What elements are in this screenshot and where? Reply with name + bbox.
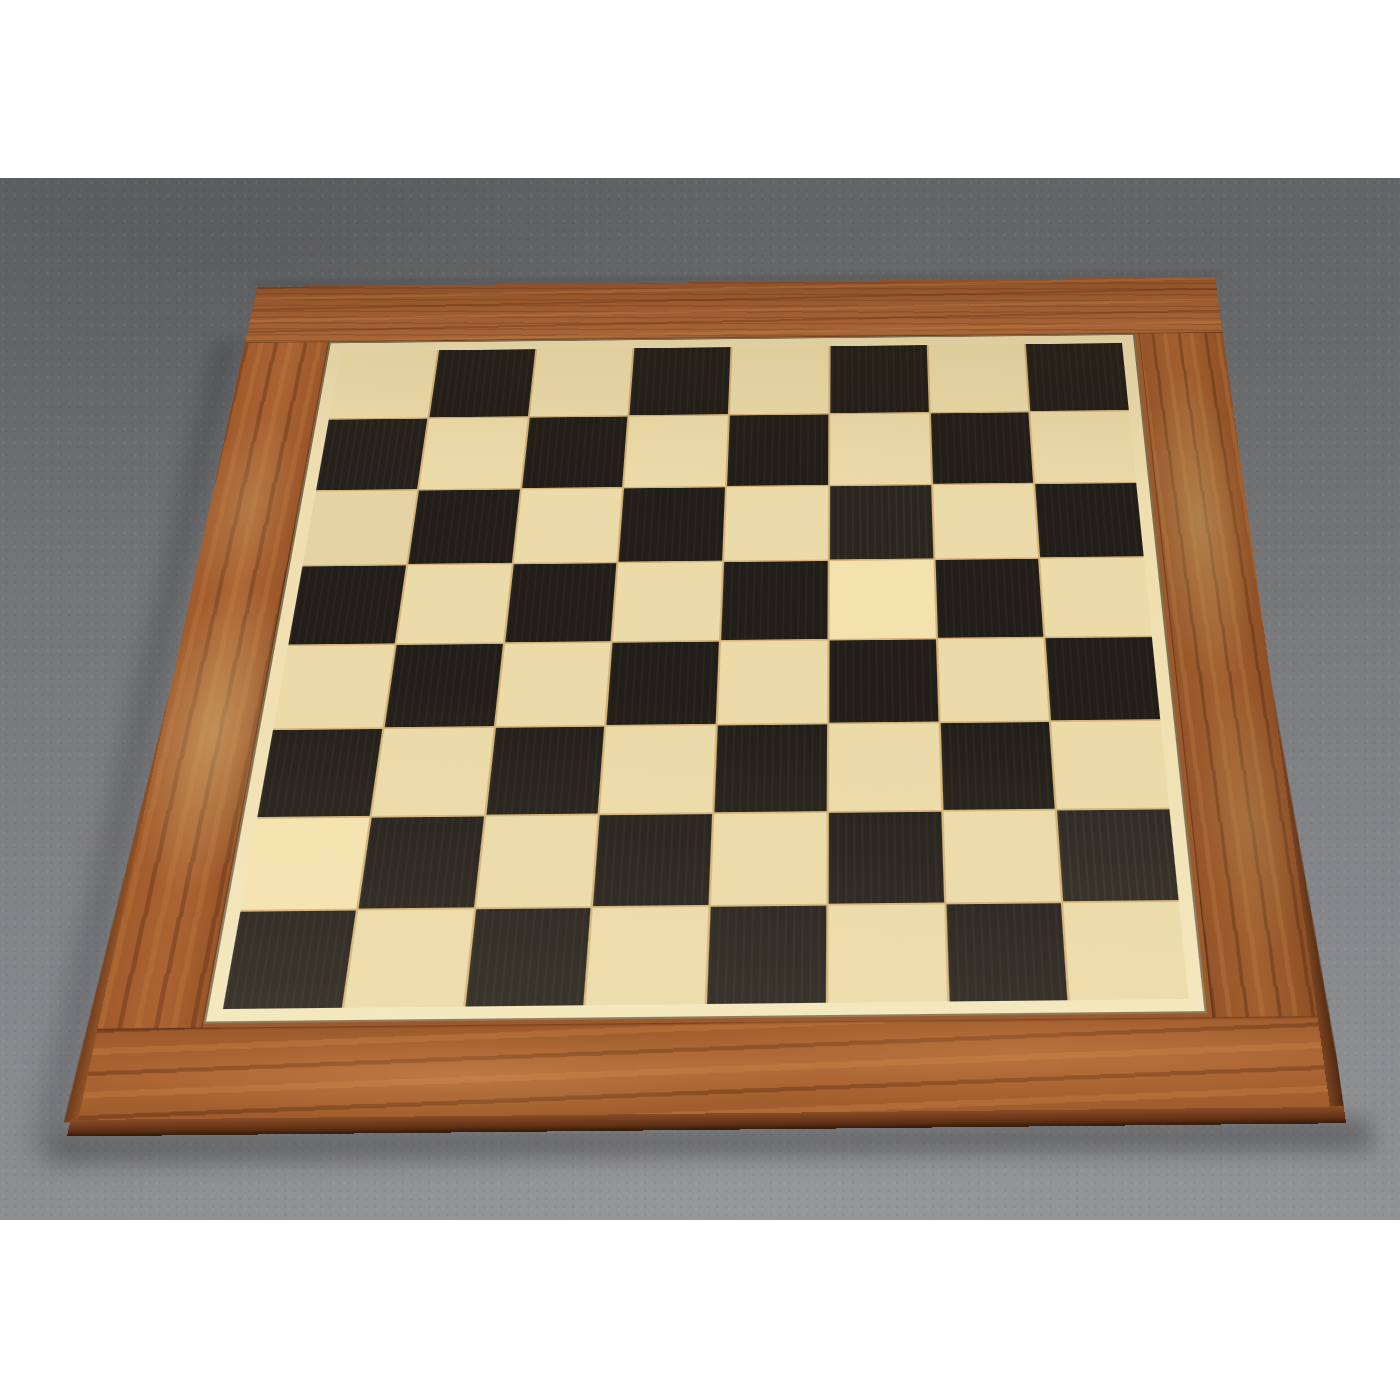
- square-h1: [1064, 902, 1189, 1000]
- square-a2: [241, 817, 369, 910]
- letterbox-top: [0, 0, 1400, 178]
- square-b3: [372, 728, 493, 816]
- square-c8: [529, 348, 632, 416]
- square-a7: [316, 419, 427, 490]
- square-b8: [429, 349, 535, 417]
- squares-grid: [223, 343, 1189, 1009]
- square-g1: [946, 903, 1068, 1001]
- square-d6: [619, 487, 725, 562]
- square-f6: [830, 485, 933, 560]
- square-e3: [714, 724, 826, 812]
- square-e4: [718, 641, 827, 724]
- square-g2: [943, 810, 1061, 903]
- square-c5: [505, 563, 617, 642]
- square-d4: [607, 642, 719, 725]
- square-g3: [940, 722, 1055, 810]
- square-h5: [1040, 558, 1151, 637]
- board-border-frame: [78, 277, 1330, 1120]
- square-g8: [928, 344, 1028, 412]
- square-b6: [408, 489, 519, 564]
- square-g5: [935, 559, 1043, 638]
- square-h8: [1026, 343, 1129, 411]
- square-a1: [223, 911, 356, 1009]
- square-f3: [829, 723, 941, 811]
- square-h2: [1057, 809, 1178, 902]
- square-e1: [707, 906, 826, 1004]
- square-a3: [257, 729, 382, 817]
- square-d3: [600, 725, 715, 813]
- square-h4: [1046, 637, 1160, 720]
- square-f2: [828, 811, 943, 904]
- square-a4: [273, 645, 394, 728]
- square-a5: [288, 566, 405, 645]
- square-b1: [344, 910, 473, 1008]
- square-f4: [829, 639, 938, 722]
- square-b7: [419, 417, 527, 488]
- square-d1: [586, 907, 708, 1005]
- square-d2: [593, 814, 712, 907]
- playing-field: [203, 334, 1207, 1024]
- square-f7: [830, 413, 931, 484]
- square-d7: [624, 415, 727, 486]
- square-f1: [828, 905, 947, 1003]
- square-c1: [465, 908, 591, 1006]
- border-rail-top: [245, 277, 1223, 343]
- square-a6: [303, 490, 417, 565]
- letterbox-bottom: [0, 1220, 1400, 1400]
- square-b4: [384, 644, 502, 727]
- square-c7: [522, 416, 628, 487]
- square-a8: [329, 350, 437, 418]
- square-e8: [730, 346, 828, 414]
- square-e5: [721, 561, 827, 640]
- square-c3: [486, 726, 604, 814]
- square-g4: [938, 638, 1050, 721]
- square-h7: [1031, 411, 1136, 482]
- square-h3: [1051, 721, 1169, 809]
- square-h6: [1035, 483, 1143, 558]
- square-c4: [496, 643, 611, 726]
- square-e2: [711, 812, 827, 905]
- square-f5: [829, 560, 935, 639]
- square-g6: [933, 484, 1039, 559]
- chessboard: [78, 277, 1330, 1120]
- square-e6: [724, 486, 828, 561]
- border-rail-bottom: [78, 1016, 1330, 1120]
- square-g7: [930, 412, 1033, 483]
- square-e7: [727, 414, 828, 485]
- square-c2: [476, 815, 598, 908]
- product-photo-canvas: [0, 0, 1400, 1400]
- square-c6: [513, 488, 622, 563]
- square-b5: [397, 565, 512, 644]
- square-f8: [830, 345, 928, 413]
- square-d8: [630, 347, 731, 415]
- square-d5: [613, 562, 722, 641]
- square-b2: [358, 816, 483, 909]
